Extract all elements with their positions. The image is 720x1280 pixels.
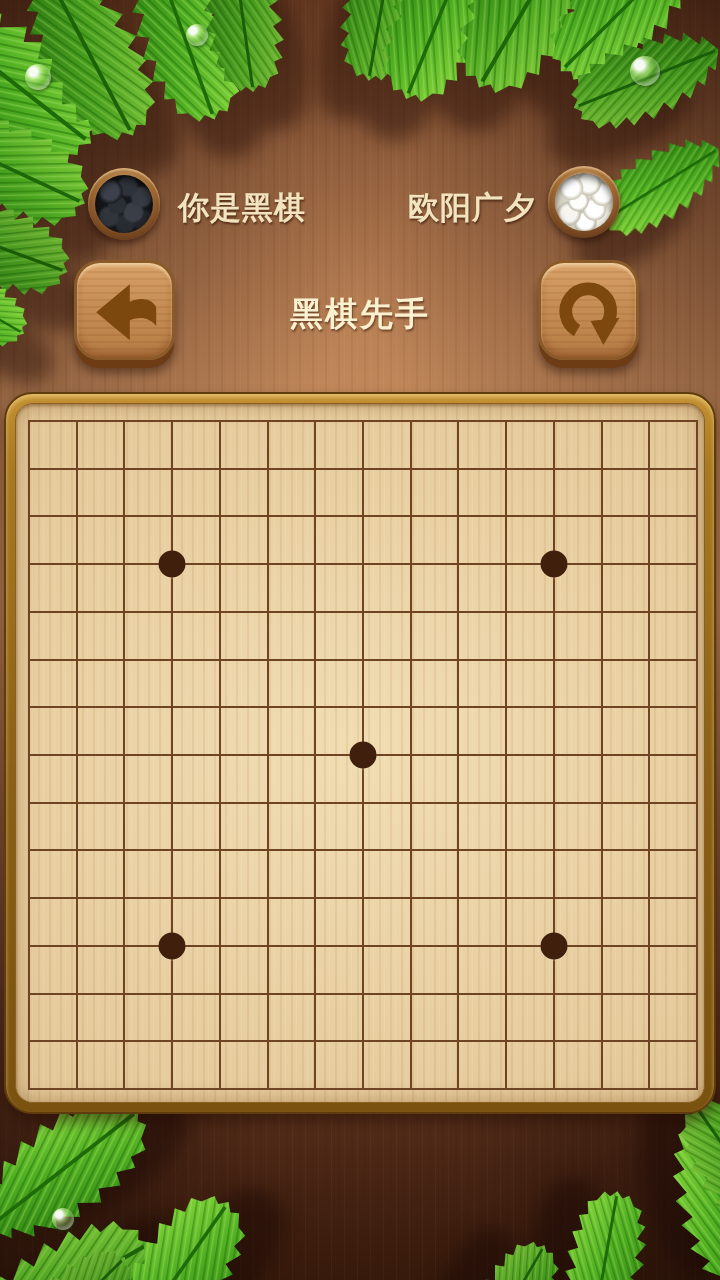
board-intersection[interactable] [59,1023,95,1059]
board-intersection[interactable] [440,737,476,773]
board-intersection[interactable] [202,737,238,773]
board-intersection[interactable] [106,928,142,964]
board-intersection[interactable] [250,1071,286,1107]
board-intersection[interactable] [631,785,667,821]
board-intersection[interactable] [154,737,190,773]
board-intersection[interactable] [393,1071,429,1107]
board-intersection[interactable] [250,594,286,630]
board-intersection[interactable] [297,1023,333,1059]
board-intersection[interactable] [584,785,620,821]
board-intersection[interactable] [440,403,476,439]
board-intersection[interactable] [631,832,667,868]
board-intersection[interactable] [11,546,47,582]
board-intersection[interactable] [250,689,286,725]
board-intersection[interactable] [154,832,190,868]
board-intersection[interactable] [250,832,286,868]
board-intersection[interactable] [345,642,381,678]
board-intersection[interactable] [11,451,47,487]
board-intersection[interactable] [631,594,667,630]
board-intersection[interactable] [488,976,524,1012]
board-intersection[interactable] [584,928,620,964]
board-intersection[interactable] [106,1071,142,1107]
board-intersection[interactable] [393,1023,429,1059]
board-intersection[interactable] [106,689,142,725]
board-intersection[interactable] [59,785,95,821]
board-intersection[interactable] [250,403,286,439]
board-intersection[interactable] [536,403,572,439]
board-intersection[interactable] [679,928,715,964]
board-intersection[interactable] [154,1071,190,1107]
board-intersection[interactable] [488,1023,524,1059]
board-intersection[interactable] [488,498,524,534]
board-intersection[interactable] [297,737,333,773]
board-intersection[interactable] [202,689,238,725]
board-intersection[interactable] [106,880,142,916]
board-intersection[interactable] [679,1023,715,1059]
water-drop [186,24,208,46]
board-intersection[interactable] [631,403,667,439]
board-intersection[interactable] [440,546,476,582]
board-intersection[interactable] [345,403,381,439]
board-intersection[interactable] [250,498,286,534]
board-intersection[interactable] [536,689,572,725]
board-intersection[interactable] [584,594,620,630]
leaf-cluster-top-left [0,0,370,324]
board-intersection[interactable] [631,880,667,916]
board-surface [15,403,705,1103]
board-intersection[interactable] [393,403,429,439]
board-intersection[interactable] [59,737,95,773]
board-intersection[interactable] [154,451,190,487]
board-intersection[interactable] [106,451,142,487]
board-intersection[interactable] [536,498,572,534]
board-intersection[interactable] [154,1023,190,1059]
board-intersection[interactable] [250,785,286,821]
board-intersection[interactable] [154,785,190,821]
board-intersection[interactable] [345,1023,381,1059]
board-intersection[interactable] [11,737,47,773]
board-intersection[interactable] [679,880,715,916]
white-stones [555,173,613,231]
board-intersection[interactable] [393,451,429,487]
board-intersection[interactable] [59,880,95,916]
board-intersection[interactable] [250,642,286,678]
board-intersection[interactable] [440,1023,476,1059]
board-intersection[interactable] [631,642,667,678]
board-intersection[interactable] [393,976,429,1012]
board-intersection[interactable] [393,880,429,916]
board-intersection[interactable] [679,546,715,582]
board-intersection[interactable] [440,689,476,725]
board-intersection[interactable] [440,976,476,1012]
board-intersection[interactable] [297,1071,333,1107]
board-intersection[interactable] [631,546,667,582]
board-intersection[interactable] [59,689,95,725]
board-intersection[interactable] [106,642,142,678]
board-intersection[interactable] [250,451,286,487]
board-intersection[interactable] [297,689,333,725]
board-intersection[interactable] [250,546,286,582]
board-intersection[interactable] [631,1071,667,1107]
board-intersection[interactable] [297,785,333,821]
board-intersection[interactable] [536,976,572,1012]
board-intersection[interactable] [250,737,286,773]
board-intersection[interactable] [679,642,715,678]
board-intersection[interactable] [488,689,524,725]
board-intersection[interactable] [345,880,381,916]
board-intersection[interactable] [679,832,715,868]
board-intersection[interactable] [106,594,142,630]
board-intersection[interactable] [584,832,620,868]
board-intersection[interactable] [202,546,238,582]
board-intersection[interactable] [584,689,620,725]
board-intersection[interactable] [202,498,238,534]
board-intersection[interactable] [393,546,429,582]
board-intersection[interactable] [488,928,524,964]
board-intersection[interactable] [154,594,190,630]
board-intersection[interactable] [631,928,667,964]
board-intersection[interactable] [297,451,333,487]
board-intersection[interactable] [154,689,190,725]
board-intersection[interactable] [584,976,620,1012]
board-intersection[interactable] [345,928,381,964]
board-intersection[interactable] [154,642,190,678]
board-intersection[interactable] [154,928,190,964]
board-intersection[interactable] [679,976,715,1012]
board-intersection[interactable] [631,1023,667,1059]
board-intersection[interactable] [536,451,572,487]
board-intersection[interactable] [488,832,524,868]
board-intersection[interactable] [440,880,476,916]
board-intersection[interactable] [345,832,381,868]
board-intersection[interactable] [11,832,47,868]
board-intersection[interactable] [584,403,620,439]
board-intersection[interactable] [297,594,333,630]
board-intersection[interactable] [154,498,190,534]
board-intersection[interactable] [584,1023,620,1059]
board-intersection[interactable] [106,498,142,534]
restart-icon [547,273,631,353]
board-intersection[interactable] [679,737,715,773]
board-intersection[interactable] [393,594,429,630]
board-intersection[interactable] [11,1023,47,1059]
game-screen: 你是黑棋 欧阳广夕 黑棋先手 [0,0,720,1280]
board-intersection[interactable] [11,689,47,725]
board-intersection[interactable] [679,403,715,439]
board-intersection[interactable] [59,403,95,439]
board-intersection[interactable] [679,689,715,725]
board-intersection[interactable] [11,1071,47,1107]
board-intersection[interactable] [488,403,524,439]
board-intersection[interactable] [536,785,572,821]
black-stone-bowl-icon [88,168,160,240]
board-intersection[interactable] [345,976,381,1012]
board-intersection[interactable] [106,976,142,1012]
board-intersection[interactable] [59,642,95,678]
board-intersection[interactable] [106,403,142,439]
board-intersection[interactable] [297,928,333,964]
board-intersection[interactable] [584,642,620,678]
board-intersection[interactable] [631,451,667,487]
board-intersection[interactable] [106,785,142,821]
board-intersection[interactable] [11,403,47,439]
board-intersection[interactable] [59,546,95,582]
board-intersection[interactable] [679,594,715,630]
board-intersection[interactable] [297,642,333,678]
board-intersection[interactable] [488,1071,524,1107]
board-intersection[interactable] [488,594,524,630]
board-intersection[interactable] [250,928,286,964]
board-intersection[interactable] [679,451,715,487]
board-intersection[interactable] [584,451,620,487]
board-intersection[interactable] [297,976,333,1012]
board-intersection[interactable] [202,403,238,439]
board-intersection[interactable] [297,403,333,439]
board-intersection[interactable] [679,785,715,821]
board-intersection[interactable] [59,1071,95,1107]
board-intersection[interactable] [488,451,524,487]
board-intersection[interactable] [106,546,142,582]
board-intersection[interactable] [345,451,381,487]
board-intersection[interactable] [59,928,95,964]
board-intersection[interactable] [11,785,47,821]
board-intersection[interactable] [345,785,381,821]
board-intersection[interactable] [11,498,47,534]
board-intersection[interactable] [536,642,572,678]
board-intersection[interactable] [59,498,95,534]
white-stone-bowl-icon [548,166,620,238]
board-intersection[interactable] [488,737,524,773]
board-intersection[interactable] [202,1023,238,1059]
board-intersection[interactable] [536,1071,572,1107]
board-intersection[interactable] [536,928,572,964]
board-intersection[interactable] [393,785,429,821]
board-intersection[interactable] [440,594,476,630]
board-intersection[interactable] [393,689,429,725]
board-intersection[interactable] [11,928,47,964]
board-intersection[interactable] [536,546,572,582]
board-intersection[interactable] [440,451,476,487]
water-drop [630,56,660,86]
board-intersection[interactable] [393,642,429,678]
board-intersection[interactable] [202,928,238,964]
board-intersection[interactable] [345,1071,381,1107]
board-intersection[interactable] [59,832,95,868]
board-intersection[interactable] [488,642,524,678]
restart-button[interactable] [538,260,639,360]
board-intersection[interactable] [154,880,190,916]
board-intersection[interactable] [154,546,190,582]
board-intersection[interactable] [440,1071,476,1107]
board-intersection[interactable] [393,498,429,534]
board-intersection[interactable] [250,976,286,1012]
board-intersection[interactable] [250,880,286,916]
board-intersection[interactable] [536,594,572,630]
board-intersection[interactable] [202,976,238,1012]
board-intersection[interactable] [297,546,333,582]
board-intersection[interactable] [154,403,190,439]
board-intersection[interactable] [202,1071,238,1107]
board-intersection[interactable] [393,832,429,868]
board-intersection[interactable] [297,880,333,916]
opponent-name: 欧阳广夕 [408,187,536,229]
board-intersection[interactable] [202,880,238,916]
board-intersection[interactable] [106,737,142,773]
board-intersection[interactable] [393,737,429,773]
board-intersection[interactable] [679,498,715,534]
board-intersection[interactable] [345,546,381,582]
player-black-label: 你是黑棋 [178,187,306,229]
board-intersection[interactable] [202,451,238,487]
board-intersection[interactable] [536,737,572,773]
board-intersection[interactable] [297,498,333,534]
board-intersection[interactable] [488,880,524,916]
black-stones [95,175,153,233]
water-drop [25,64,51,90]
leaf-cluster-bottom-right [430,1100,720,1280]
board-intersection[interactable] [106,832,142,868]
water-drop [52,1208,74,1230]
board-intersection[interactable] [536,880,572,916]
board-intersection[interactable] [584,1071,620,1107]
board-intersection[interactable] [345,737,381,773]
board-intersection[interactable] [584,880,620,916]
board-intersection[interactable] [631,689,667,725]
board-intersection[interactable] [631,498,667,534]
board-intersection[interactable] [297,832,333,868]
board-intersection[interactable] [154,976,190,1012]
board-intersection[interactable] [584,498,620,534]
board-intersection[interactable] [59,594,95,630]
board-intersection[interactable] [11,594,47,630]
board-intersection[interactable] [631,737,667,773]
board-intersection[interactable] [584,737,620,773]
board-intersection[interactable] [440,785,476,821]
board-intersection[interactable] [106,1023,142,1059]
board-intersection[interactable] [11,976,47,1012]
board-intersection[interactable] [440,642,476,678]
board-intersection[interactable] [59,976,95,1012]
board-intersection[interactable] [202,832,238,868]
board-intersection[interactable] [202,594,238,630]
board-intersection[interactable] [584,546,620,582]
board-intersection[interactable] [536,1023,572,1059]
board-intersection[interactable] [631,976,667,1012]
board-intersection[interactable] [440,498,476,534]
board-intersection[interactable] [679,1071,715,1107]
board-intersection[interactable] [202,785,238,821]
board-intersection[interactable] [536,832,572,868]
board-intersection[interactable] [11,642,47,678]
board-intersection[interactable] [440,832,476,868]
board-intersection[interactable] [345,594,381,630]
board-intersection[interactable] [250,1023,286,1059]
board-intersection[interactable] [440,928,476,964]
board-intersection[interactable] [488,546,524,582]
board-intersection[interactable] [11,880,47,916]
board-intersection[interactable] [202,642,238,678]
board-intersection[interactable] [345,498,381,534]
board-frame [4,392,716,1114]
board-intersection[interactable] [59,451,95,487]
board-intersection[interactable] [345,689,381,725]
board-intersection[interactable] [488,785,524,821]
board-intersection[interactable] [393,928,429,964]
